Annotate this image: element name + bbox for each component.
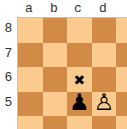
square-a7[interactable] xyxy=(18,43,43,68)
file-label-b: b xyxy=(46,1,62,16)
square-c8[interactable] xyxy=(67,18,92,43)
square-a8[interactable] xyxy=(18,18,43,43)
square-d5[interactable]: ♙ xyxy=(92,92,117,117)
square-a4[interactable] xyxy=(18,116,43,129)
square-e7[interactable] xyxy=(116,43,127,68)
file-label-d: d xyxy=(95,1,111,16)
rank-label-5: 5 xyxy=(1,95,16,111)
square-b5[interactable] xyxy=(43,92,68,117)
chess-diagram: a b c d 8 7 6 5 ✖♟♙ xyxy=(0,0,127,129)
square-b6[interactable] xyxy=(43,67,68,92)
square-e6[interactable] xyxy=(116,67,127,92)
black-pawn[interactable]: ♟ xyxy=(69,92,90,115)
square-c6[interactable]: ✖ xyxy=(67,67,92,92)
square-e8[interactable] xyxy=(116,18,127,43)
square-c7[interactable] xyxy=(67,43,92,68)
x-mark-icon: ✖ xyxy=(73,73,85,87)
square-d4[interactable] xyxy=(92,116,117,129)
square-b8[interactable] xyxy=(43,18,68,43)
square-d8[interactable] xyxy=(92,18,117,43)
white-pawn[interactable]: ♙ xyxy=(93,92,114,115)
file-label-c: c xyxy=(70,1,86,16)
square-e4[interactable] xyxy=(116,116,127,129)
chess-board: ✖♟♙ xyxy=(17,17,127,129)
square-d6[interactable] xyxy=(92,67,117,92)
rank-label-6: 6 xyxy=(1,70,16,86)
rank-label-8: 8 xyxy=(1,21,16,37)
rank-label-7: 7 xyxy=(1,46,16,62)
file-label-a: a xyxy=(21,1,37,16)
square-b4[interactable] xyxy=(43,116,68,129)
square-c5[interactable]: ♟ xyxy=(67,92,92,117)
square-e5[interactable] xyxy=(116,92,127,117)
square-a6[interactable] xyxy=(18,67,43,92)
square-c4[interactable] xyxy=(67,116,92,129)
square-a5[interactable] xyxy=(18,92,43,117)
square-b7[interactable] xyxy=(43,43,68,68)
square-d7[interactable] xyxy=(92,43,117,68)
